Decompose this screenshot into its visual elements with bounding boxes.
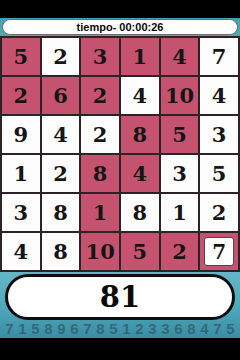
grid-cell-r3c3[interactable]: 2 [81,116,119,153]
strip-digit: 1 [16,320,29,337]
grid-cell-r2c2[interactable]: 6 [42,77,80,114]
grid-cell-r5c4[interactable]: 8 [121,194,159,231]
timer-label: tiempo- 00:00:26 [77,21,164,33]
grid-cell-r1c5[interactable]: 4 [161,38,199,75]
digit-strip: 715896785123368475 [0,320,240,337]
strip-digit: 3 [146,320,159,337]
grid-cell-r1c6[interactable]: 7 [200,38,238,75]
strip-digit: 6 [172,320,185,337]
grid-cell-r6c6[interactable]: 7 [200,233,238,270]
grid-cell-r2c1[interactable]: 2 [2,77,40,114]
grid-cell-r2c6[interactable]: 4 [200,77,238,114]
grid-cell-r5c5[interactable]: 1 [161,194,199,231]
grid-cell-r4c4[interactable]: 4 [121,155,159,192]
status-bar [0,0,240,18]
strip-digit: 9 [55,320,68,337]
grid-cell-r1c4[interactable]: 1 [121,38,159,75]
grid-cell-r1c1[interactable]: 5 [2,38,40,75]
grid-cell-r3c4[interactable]: 8 [121,116,159,153]
strip-digit: 7 [81,320,94,337]
target-sum-value: 81 [100,280,140,314]
grid-cell-r5c3[interactable]: 1 [81,194,119,231]
grid-cell-r5c1[interactable]: 3 [2,194,40,231]
grid-cell-r5c2[interactable]: 8 [42,194,80,231]
grid-cell-r6c3[interactable]: 10 [81,233,119,270]
grid-cell-r4c3[interactable]: 8 [81,155,119,192]
grid-cell-r4c6[interactable]: 5 [200,155,238,192]
strip-digit: 5 [224,320,237,337]
strip-digit: 6 [68,320,81,337]
grid-cell-r4c2[interactable]: 2 [42,155,80,192]
grid-cell-r3c2[interactable]: 4 [42,116,80,153]
grid-cell-r1c2[interactable]: 2 [42,38,80,75]
strip-digit: 5 [107,320,120,337]
grid-cell-r2c4[interactable]: 4 [121,77,159,114]
strip-digit: 4 [198,320,211,337]
game-screen: tiempo- 00:00:26 52314726241049428531284… [0,0,240,360]
grid-cell-r6c5[interactable]: 2 [161,233,199,270]
grid-cell-r4c5[interactable]: 3 [161,155,199,192]
strip-digit: 7 [3,320,16,337]
strip-digit: 7 [211,320,224,337]
bottom-black-bar [0,338,240,360]
grid-cell-r6c1[interactable]: 4 [2,233,40,270]
grid-cell-r5c6[interactable]: 2 [200,194,238,231]
grid-cell-r3c6[interactable]: 3 [200,116,238,153]
grid-cell-r6c2[interactable]: 8 [42,233,80,270]
strip-digit: 5 [29,320,42,337]
strip-digit: 3 [159,320,172,337]
strip-digit: 2 [133,320,146,337]
strip-digit: 8 [42,320,55,337]
grid-cell-r1c3[interactable]: 3 [81,38,119,75]
strip-digit: 8 [94,320,107,337]
active-cell-value: 7 [204,237,234,266]
grid-cell-r4c1[interactable]: 1 [2,155,40,192]
puzzle-grid: 52314726241049428531284353818124810527 [0,36,240,272]
timer-display: tiempo- 00:00:26 [2,19,238,35]
grid-cell-r3c1[interactable]: 9 [2,116,40,153]
grid-cell-r2c5[interactable]: 10 [161,77,199,114]
target-sum-display: 81 [5,274,235,320]
strip-digit: 8 [185,320,198,337]
grid-cell-r2c3[interactable]: 2 [81,77,119,114]
strip-digit: 1 [120,320,133,337]
grid-cell-r6c4[interactable]: 5 [121,233,159,270]
grid-cell-r3c5[interactable]: 5 [161,116,199,153]
